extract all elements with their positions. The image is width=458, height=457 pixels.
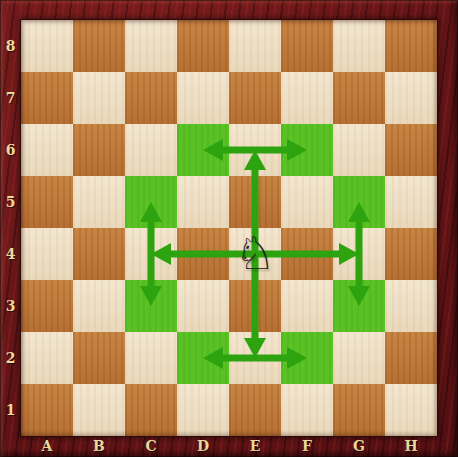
square-d3[interactable] [177, 280, 229, 332]
square-f1[interactable] [281, 384, 333, 436]
square-e7[interactable] [229, 72, 281, 124]
square-d2[interactable] [177, 332, 229, 384]
square-a4[interactable] [21, 228, 73, 280]
square-f7[interactable] [281, 72, 333, 124]
square-d1[interactable] [177, 384, 229, 436]
square-b1[interactable] [73, 384, 125, 436]
square-h1[interactable] [385, 384, 437, 436]
square-h7[interactable] [385, 72, 437, 124]
square-f2[interactable] [281, 332, 333, 384]
square-g2[interactable] [333, 332, 385, 384]
square-d4[interactable] [177, 228, 229, 280]
square-c1[interactable] [125, 384, 177, 436]
square-h4[interactable] [385, 228, 437, 280]
square-f3[interactable] [281, 280, 333, 332]
rank-label-8: 8 [0, 20, 21, 72]
rank-label-7: 7 [0, 72, 21, 124]
file-label-c: C [125, 436, 177, 457]
square-a3[interactable] [21, 280, 73, 332]
square-c7[interactable] [125, 72, 177, 124]
square-g5[interactable] [333, 176, 385, 228]
square-c4[interactable] [125, 228, 177, 280]
square-b7[interactable] [73, 72, 125, 124]
square-c6[interactable] [125, 124, 177, 176]
white-knight[interactable]: ♘ [229, 228, 281, 280]
square-e8[interactable] [229, 20, 281, 72]
file-label-e: E [229, 436, 281, 457]
square-h6[interactable] [385, 124, 437, 176]
file-label-g: G [333, 436, 385, 457]
square-d6[interactable] [177, 124, 229, 176]
square-b3[interactable] [73, 280, 125, 332]
square-f8[interactable] [281, 20, 333, 72]
rank-label-3: 3 [0, 280, 21, 332]
square-a7[interactable] [21, 72, 73, 124]
square-f6[interactable] [281, 124, 333, 176]
rank-label-4: 4 [0, 228, 21, 280]
square-c5[interactable] [125, 176, 177, 228]
square-a1[interactable] [21, 384, 73, 436]
square-e3[interactable] [229, 280, 281, 332]
square-b5[interactable] [73, 176, 125, 228]
file-label-b: B [73, 436, 125, 457]
square-e5[interactable] [229, 176, 281, 228]
square-e6[interactable] [229, 124, 281, 176]
chess-board-frame: ♘ ABCDEFGH87654321 [0, 0, 458, 457]
file-label-h: H [385, 436, 437, 457]
square-b4[interactable] [73, 228, 125, 280]
square-a6[interactable] [21, 124, 73, 176]
square-h8[interactable] [385, 20, 437, 72]
square-b2[interactable] [73, 332, 125, 384]
square-a8[interactable] [21, 20, 73, 72]
file-label-a: A [21, 436, 73, 457]
square-h3[interactable] [385, 280, 437, 332]
square-d7[interactable] [177, 72, 229, 124]
square-d8[interactable] [177, 20, 229, 72]
square-g1[interactable] [333, 384, 385, 436]
square-f5[interactable] [281, 176, 333, 228]
square-e1[interactable] [229, 384, 281, 436]
square-c8[interactable] [125, 20, 177, 72]
square-b8[interactable] [73, 20, 125, 72]
square-g6[interactable] [333, 124, 385, 176]
square-g3[interactable] [333, 280, 385, 332]
square-f4[interactable] [281, 228, 333, 280]
square-g4[interactable] [333, 228, 385, 280]
rank-label-5: 5 [0, 176, 21, 228]
square-e2[interactable] [229, 332, 281, 384]
rank-label-6: 6 [0, 124, 21, 176]
rank-label-1: 1 [0, 384, 21, 436]
square-a5[interactable] [21, 176, 73, 228]
file-label-d: D [177, 436, 229, 457]
square-c2[interactable] [125, 332, 177, 384]
file-label-f: F [281, 436, 333, 457]
square-c3[interactable] [125, 280, 177, 332]
square-h2[interactable] [385, 332, 437, 384]
square-h5[interactable] [385, 176, 437, 228]
square-d5[interactable] [177, 176, 229, 228]
square-a2[interactable] [21, 332, 73, 384]
square-g8[interactable] [333, 20, 385, 72]
rank-label-2: 2 [0, 332, 21, 384]
square-g7[interactable] [333, 72, 385, 124]
square-b6[interactable] [73, 124, 125, 176]
